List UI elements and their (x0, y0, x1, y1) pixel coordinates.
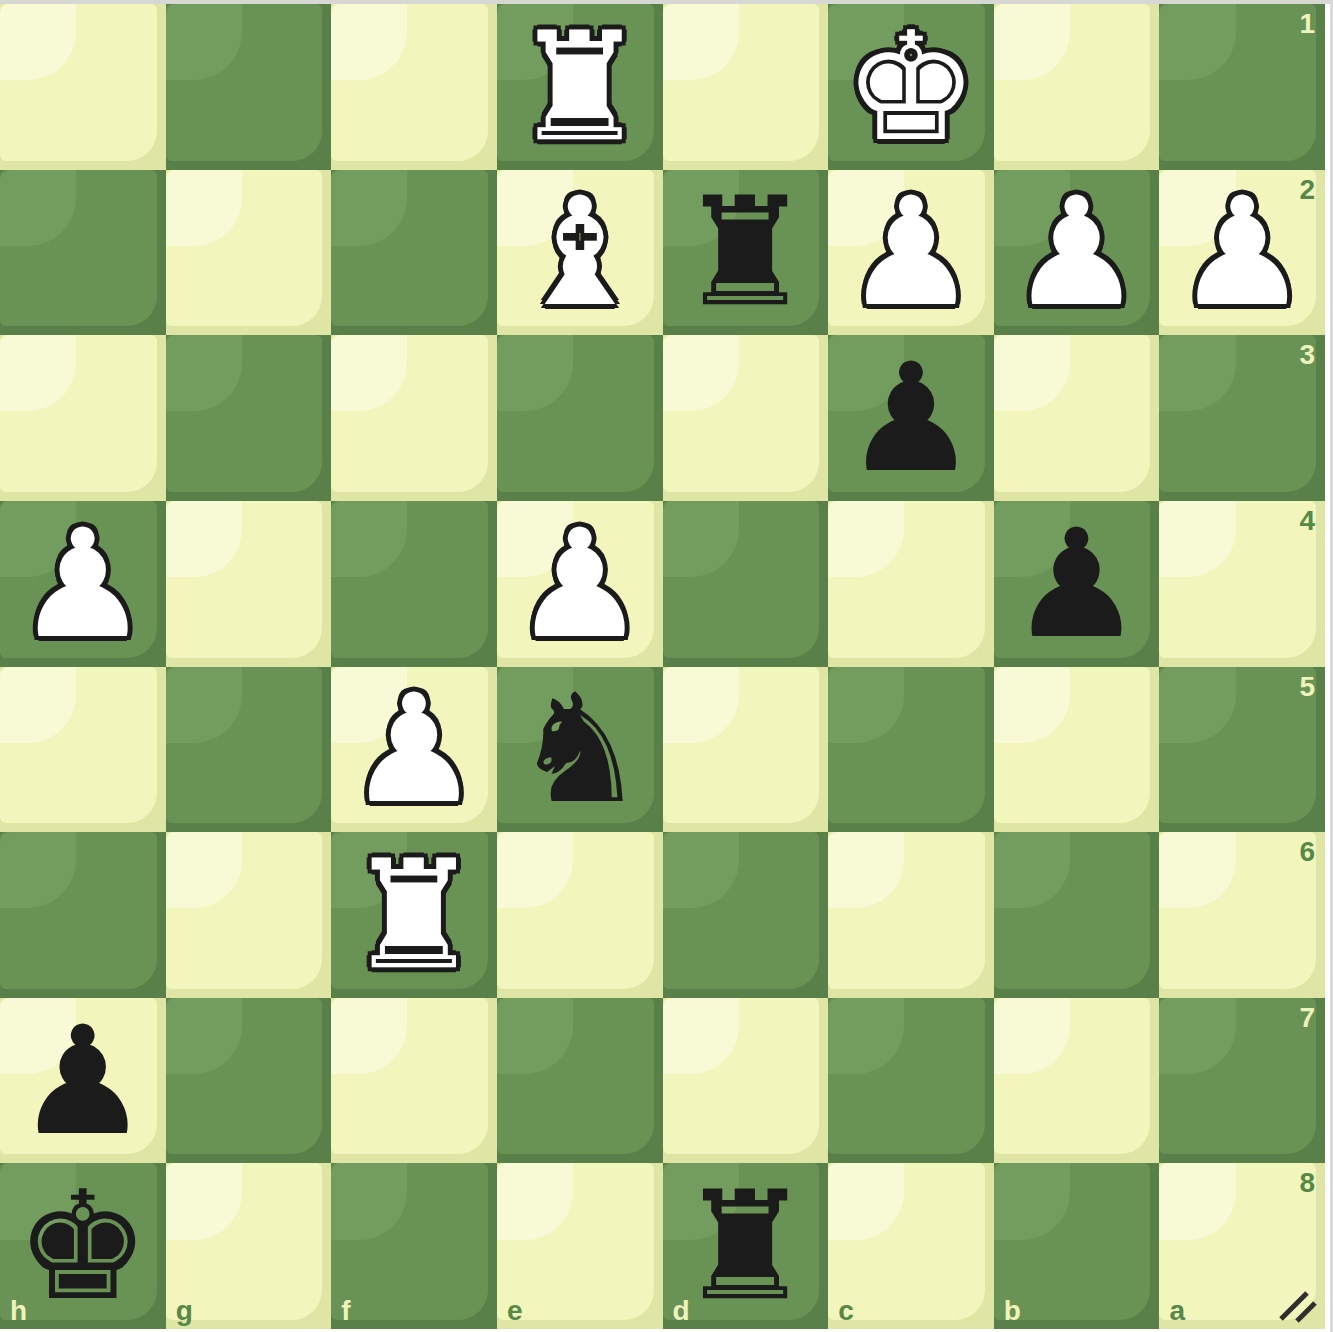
square-c7[interactable] (828, 998, 994, 1164)
square-g1[interactable] (166, 4, 332, 170)
square-g7[interactable] (166, 998, 332, 1164)
square-a7[interactable]: 7 (1159, 998, 1325, 1164)
square-h2[interactable] (0, 170, 166, 336)
square-e5[interactable]: ♞ (497, 667, 663, 833)
square-a2[interactable]: 2♟ (1159, 170, 1325, 336)
square-e4[interactable]: ♟ (497, 501, 663, 667)
square-d5[interactable] (663, 667, 829, 833)
square-a5[interactable]: 5 (1159, 667, 1325, 833)
square-g5[interactable] (166, 667, 332, 833)
square-c4[interactable] (828, 501, 994, 667)
white-king[interactable]: ♚ (828, 4, 994, 170)
rank-label-4: 4 (1299, 507, 1315, 535)
square-a1[interactable]: 1 (1159, 4, 1325, 170)
black-rook[interactable]: ♜ (663, 170, 829, 336)
square-f1[interactable] (331, 4, 497, 170)
square-h4[interactable]: ♟ (0, 501, 166, 667)
square-c1[interactable]: ♚ (828, 4, 994, 170)
square-a3[interactable]: 3 (1159, 335, 1325, 501)
chess-board: ♜♚1♝♜♟♟2♟♟3♟♟♟4♟♞5♜6♟7h♚gfed♜cb8a (0, 4, 1325, 1329)
white-pawn[interactable]: ♟ (828, 170, 994, 336)
square-d3[interactable] (663, 335, 829, 501)
square-e8[interactable]: e (497, 1163, 663, 1329)
square-b7[interactable] (994, 998, 1160, 1164)
white-rook[interactable]: ♜ (497, 4, 663, 170)
square-f6[interactable]: ♜ (331, 832, 497, 998)
file-label-d: d (673, 1297, 690, 1325)
square-h7[interactable]: ♟ (0, 998, 166, 1164)
square-e1[interactable]: ♜ (497, 4, 663, 170)
square-c2[interactable]: ♟ (828, 170, 994, 336)
white-pawn[interactable]: ♟ (0, 501, 166, 667)
square-h6[interactable] (0, 832, 166, 998)
square-b5[interactable] (994, 667, 1160, 833)
white-bishop[interactable]: ♝ (497, 170, 663, 336)
rank-label-6: 6 (1299, 838, 1315, 866)
black-pawn[interactable]: ♟ (994, 501, 1160, 667)
square-g6[interactable] (166, 832, 332, 998)
black-pawn[interactable]: ♟ (828, 335, 994, 501)
square-c5[interactable] (828, 667, 994, 833)
square-h8[interactable]: h♚ (0, 1163, 166, 1329)
rank-label-2: 2 (1299, 176, 1315, 204)
square-d8[interactable]: d♜ (663, 1163, 829, 1329)
square-a6[interactable]: 6 (1159, 832, 1325, 998)
square-b2[interactable]: ♟ (994, 170, 1160, 336)
square-h3[interactable] (0, 335, 166, 501)
file-label-f: f (341, 1297, 350, 1325)
square-b4[interactable]: ♟ (994, 501, 1160, 667)
square-c3[interactable]: ♟ (828, 335, 994, 501)
square-d4[interactable] (663, 501, 829, 667)
rank-label-8: 8 (1299, 1169, 1315, 1197)
square-f8[interactable]: f (331, 1163, 497, 1329)
square-g4[interactable] (166, 501, 332, 667)
square-f3[interactable] (331, 335, 497, 501)
file-label-e: e (507, 1297, 523, 1325)
square-b8[interactable]: b (994, 1163, 1160, 1329)
square-c6[interactable] (828, 832, 994, 998)
square-b3[interactable] (994, 335, 1160, 501)
file-label-c: c (838, 1297, 854, 1325)
file-label-g: g (176, 1297, 193, 1325)
square-e6[interactable] (497, 832, 663, 998)
white-pawn[interactable]: ♟ (331, 667, 497, 833)
square-e3[interactable] (497, 335, 663, 501)
board-resize-handle-icon[interactable] (1277, 1289, 1317, 1323)
square-g8[interactable]: g (166, 1163, 332, 1329)
square-g2[interactable] (166, 170, 332, 336)
square-d1[interactable] (663, 4, 829, 170)
rank-label-3: 3 (1299, 341, 1315, 369)
square-g3[interactable] (166, 335, 332, 501)
square-h5[interactable] (0, 667, 166, 833)
square-e2[interactable]: ♝ (497, 170, 663, 336)
square-b6[interactable] (994, 832, 1160, 998)
square-a4[interactable]: 4 (1159, 501, 1325, 667)
square-f7[interactable] (331, 998, 497, 1164)
white-rook[interactable]: ♜ (331, 832, 497, 998)
square-d6[interactable] (663, 832, 829, 998)
rank-label-1: 1 (1299, 10, 1315, 38)
file-label-h: h (10, 1297, 27, 1325)
file-label-a: a (1169, 1297, 1185, 1325)
file-label-b: b (1004, 1297, 1021, 1325)
square-f5[interactable]: ♟ (331, 667, 497, 833)
square-c8[interactable]: c (828, 1163, 994, 1329)
rank-label-5: 5 (1299, 673, 1315, 701)
white-pawn[interactable]: ♟ (497, 501, 663, 667)
rank-label-7: 7 (1299, 1004, 1315, 1032)
black-pawn[interactable]: ♟ (0, 998, 166, 1164)
square-f4[interactable] (331, 501, 497, 667)
square-f2[interactable] (331, 170, 497, 336)
square-b1[interactable] (994, 4, 1160, 170)
square-h1[interactable] (0, 4, 166, 170)
black-knight[interactable]: ♞ (497, 667, 663, 833)
square-e7[interactable] (497, 998, 663, 1164)
white-pawn[interactable]: ♟ (994, 170, 1160, 336)
square-d7[interactable] (663, 998, 829, 1164)
square-d2[interactable]: ♜ (663, 170, 829, 336)
